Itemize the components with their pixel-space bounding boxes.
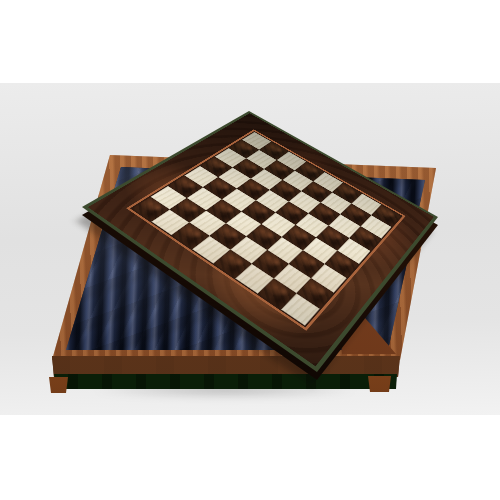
product-photo-stage bbox=[0, 0, 500, 500]
